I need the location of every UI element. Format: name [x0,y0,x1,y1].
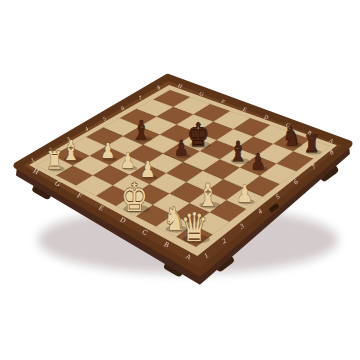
piece-black-pawn-e5: ♟ [174,136,189,159]
piece-black-bishop-c6: ♝ [229,136,248,168]
piece-white-rook-h1: ♜ [46,145,63,174]
chess-board: AABBCCDDEEFFGGHH1122334455667788♝♚♞♜♟♟♝♝… [0,0,360,360]
piece-black-knight-b8: ♞ [283,122,301,151]
piece-white-pawn-a4: ♟ [236,179,253,207]
chess-set-photo: AABBCCDDEEFFGGHH1122334455667788♝♚♞♜♟♟♝♝… [0,0,360,360]
piece-white-bishop-h2: ♝ [62,134,81,166]
piece-black-rook-a8: ♜ [303,130,319,158]
piece-white-pawn-f3: ♟ [120,148,135,174]
piece-white-king-d1: ♚ [121,175,148,220]
piece-black-king-e6: ♚ [187,116,209,154]
piece-black-bishop-g5: ♝ [132,116,150,145]
piece-black-pawn-b6: ♟ [251,148,266,174]
piece-white-pawn-g3: ♟ [101,139,116,162]
piece-white-queen-a1: ♛ [181,204,209,250]
